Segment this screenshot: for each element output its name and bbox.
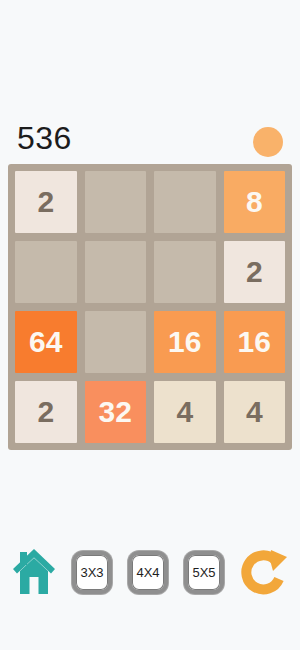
empty-cell xyxy=(15,241,77,303)
tile-4: 4 xyxy=(224,381,286,443)
tile-16: 16 xyxy=(224,311,286,373)
empty-cell xyxy=(154,241,216,303)
tile-4: 4 xyxy=(154,381,216,443)
grid-size-button-3x3[interactable]: 3X3 xyxy=(72,551,112,594)
empty-cell xyxy=(85,171,147,233)
toolbar: 3X3 4X4 5X5 xyxy=(0,548,300,596)
tile-8: 8 xyxy=(224,171,286,233)
tile-2: 2 xyxy=(15,171,77,233)
board[interactable]: 28264161623244 xyxy=(8,164,292,450)
tile-2: 2 xyxy=(15,381,77,443)
orange-circle-button[interactable] xyxy=(253,127,283,157)
empty-cell xyxy=(85,311,147,373)
empty-cell xyxy=(154,171,216,233)
tile-2: 2 xyxy=(224,241,286,303)
grid-size-button-5x5[interactable]: 5X5 xyxy=(184,551,224,594)
home-button[interactable] xyxy=(12,548,56,596)
home-icon xyxy=(12,548,56,596)
tile-32: 32 xyxy=(85,381,147,443)
tile-64: 64 xyxy=(15,311,77,373)
tile-16: 16 xyxy=(154,311,216,373)
refresh-icon xyxy=(240,548,288,596)
app-screen: 536 28264161623244 3X3 4X4 5X5 xyxy=(0,0,300,650)
empty-cell xyxy=(85,241,147,303)
refresh-button[interactable] xyxy=(240,548,288,596)
score: 536 xyxy=(17,122,72,154)
grid-size-button-4x4[interactable]: 4X4 xyxy=(128,551,168,594)
